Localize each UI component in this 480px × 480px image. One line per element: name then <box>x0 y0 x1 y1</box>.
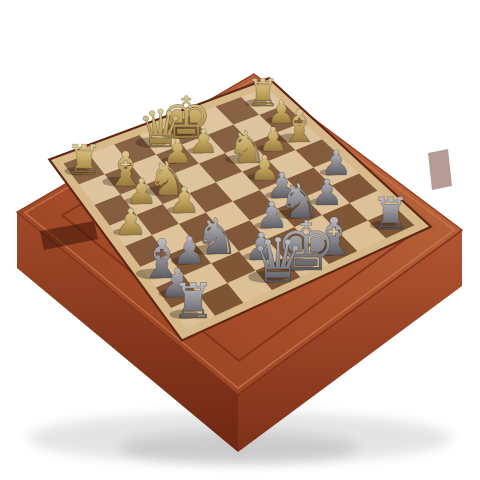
piece-d8[interactable]: ♛ <box>248 225 305 297</box>
piece-h8[interactable]: ♜ <box>370 188 411 239</box>
chess-scene: ♜♟♚♝♛♟♟♞♟♜♟♟♝♞♟♟♟♟♞♜♟♟♞♝♟♟♚♝♛♟♜ <box>0 0 480 480</box>
gold-pawn-glyph: ♟ <box>188 122 218 161</box>
pewter-rook-glyph: ♜ <box>371 188 410 239</box>
pewter-queen-glyph: ♛ <box>250 225 305 297</box>
corner-notch-right <box>428 149 452 190</box>
piece-a1[interactable]: ♜ <box>64 136 102 184</box>
product-photo-chess-set: ♜♟♚♝♛♟♟♞♟♜♟♟♝♞♟♟♟♟♞♜♟♟♞♝♟♟♚♝♛♟♜ <box>0 0 480 480</box>
gold-rook-glyph: ♜ <box>66 136 103 184</box>
pewter-rook-glyph: ♜ <box>171 273 215 329</box>
piece-a8[interactable]: ♜ <box>170 273 215 329</box>
